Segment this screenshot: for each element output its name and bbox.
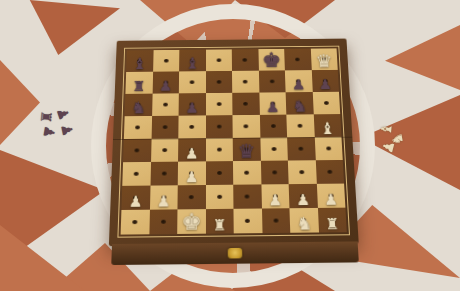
chess-board: ♝♝♚♛♜♟♟♟♞♟♟♞♝♟♛♟♟♟♟♟♟♚♜♞♜: [108, 39, 360, 266]
square-g4[interactable]: [287, 137, 315, 160]
piece-black-P-g7[interactable]: ♟: [292, 78, 306, 92]
square-h5[interactable]: ♝: [313, 114, 341, 137]
board-inlay-line: ♝♝♚♛♜♟♟♟♞♟♟♞♝♟♛♟♟♟♟♟♟♚♜♞♜: [117, 46, 350, 238]
square-b6[interactable]: [152, 93, 179, 116]
square-d4[interactable]: [206, 138, 233, 161]
piece-black-Q-e4[interactable]: ♛: [237, 142, 255, 162]
mosaic-triangle: [385, 25, 460, 90]
captured-white-P[interactable]: ♟: [380, 139, 397, 155]
square-f2[interactable]: ♟: [261, 184, 290, 208]
peg-hole: [272, 170, 277, 174]
peg-hole: [326, 147, 331, 151]
piece-white-K-c1[interactable]: ♚: [181, 211, 201, 234]
square-e5[interactable]: [232, 115, 259, 138]
piece-white-P-c4[interactable]: ♟: [185, 147, 198, 162]
square-f1[interactable]: [261, 208, 290, 233]
peg-hole: [162, 148, 167, 152]
peg-hole: [243, 102, 248, 106]
square-e3[interactable]: [233, 161, 261, 185]
square-c8[interactable]: ♝: [179, 50, 205, 72]
square-b4[interactable]: [151, 138, 179, 161]
peg-hole: [217, 195, 222, 199]
square-e2[interactable]: [233, 184, 261, 208]
square-b2[interactable]: ♟: [149, 185, 177, 209]
square-c6[interactable]: ♟: [179, 93, 206, 116]
captured-black-P[interactable]: ♟: [41, 125, 57, 140]
peg-hole: [162, 172, 167, 176]
piece-black-P-b7[interactable]: ♟: [159, 80, 172, 94]
square-f7[interactable]: [258, 70, 285, 92]
peg-hole: [299, 147, 304, 151]
peg-hole: [135, 126, 140, 130]
captured-black-P[interactable]: ♟: [59, 122, 75, 137]
piece-black-B-a8[interactable]: ♝: [132, 56, 147, 71]
peg-hole: [217, 171, 222, 175]
square-g7[interactable]: ♟: [285, 70, 312, 92]
square-a1[interactable]: [121, 210, 150, 235]
square-b8[interactable]: [153, 50, 180, 72]
peg-hole: [164, 59, 169, 63]
peg-hole: [161, 220, 166, 224]
square-d1[interactable]: ♜: [205, 209, 233, 234]
square-a4[interactable]: [123, 139, 151, 162]
square-e7[interactable]: [232, 71, 259, 93]
piece-white-P-c3[interactable]: ♟: [185, 170, 199, 185]
square-e1[interactable]: [233, 209, 262, 234]
piece-black-R-a7[interactable]: ♜: [132, 80, 145, 94]
square-c5[interactable]: [178, 115, 205, 138]
square-d2[interactable]: [205, 185, 233, 209]
piece-white-P-a2[interactable]: ♟: [129, 195, 143, 210]
square-h2[interactable]: ♟: [316, 184, 345, 208]
peg-hole: [217, 148, 222, 152]
square-a2[interactable]: ♟: [121, 186, 150, 210]
square-d7[interactable]: [206, 71, 233, 93]
square-e4[interactable]: ♛: [233, 138, 261, 161]
square-a3[interactable]: [122, 162, 150, 186]
piece-white-R-d1[interactable]: ♜: [213, 218, 227, 234]
piece-white-R-h1[interactable]: ♜: [325, 217, 340, 233]
square-e6[interactable]: [232, 93, 259, 116]
square-b7[interactable]: ♟: [152, 71, 179, 93]
peg-hole: [132, 220, 137, 224]
piece-black-N-g6[interactable]: ♞: [292, 99, 307, 115]
piece-white-P-b2[interactable]: ♟: [157, 194, 171, 209]
square-h1[interactable]: ♜: [317, 208, 346, 233]
board-front-edge: [111, 241, 359, 265]
piece-black-P-h7[interactable]: ♟: [318, 78, 332, 92]
piece-black-K-f8[interactable]: ♚: [262, 51, 281, 71]
square-h6[interactable]: [312, 92, 340, 115]
captured-black-R[interactable]: ♜: [39, 110, 54, 124]
piece-white-Q-h8[interactable]: ♛: [315, 52, 333, 70]
piece-white-P-h2[interactable]: ♟: [324, 193, 338, 208]
peg-hole: [190, 80, 195, 84]
peg-hole: [189, 195, 194, 199]
square-b3[interactable]: [150, 162, 178, 186]
peg-hole: [273, 219, 278, 223]
piece-white-B-h5[interactable]: ♝: [320, 121, 336, 137]
square-d3[interactable]: [205, 161, 233, 185]
peg-hole: [243, 58, 248, 62]
square-f3[interactable]: [260, 161, 288, 185]
square-d5[interactable]: [206, 115, 233, 138]
peg-hole: [216, 102, 221, 106]
piece-black-P-f6[interactable]: ♟: [266, 101, 280, 115]
square-a8[interactable]: ♝: [126, 50, 153, 72]
peg-hole: [271, 124, 276, 128]
square-h3[interactable]: [315, 160, 344, 184]
square-e8[interactable]: [232, 49, 259, 71]
peg-hole: [324, 101, 329, 105]
peg-hole: [245, 219, 250, 223]
square-d6[interactable]: [206, 93, 233, 116]
square-g6[interactable]: ♞: [286, 92, 314, 115]
square-g8[interactable]: [284, 49, 311, 71]
square-c1[interactable]: ♚: [177, 209, 205, 234]
square-c7[interactable]: [179, 71, 206, 93]
piece-white-P-g2[interactable]: ♟: [296, 193, 310, 208]
square-c3[interactable]: ♟: [178, 161, 206, 185]
square-g5[interactable]: [286, 114, 314, 137]
mosaic-triangle: [0, 60, 40, 145]
square-f8[interactable]: ♚: [258, 49, 285, 71]
peg-hole: [298, 124, 303, 128]
peg-hole: [217, 125, 222, 129]
piece-white-N-g1[interactable]: ♞: [296, 215, 312, 233]
square-c2[interactable]: [177, 185, 205, 209]
board-frame: ♝♝♚♛♜♟♟♟♞♟♟♞♝♟♛♟♟♟♟♟♟♚♜♞♜: [109, 39, 359, 247]
peg-hole: [295, 58, 300, 62]
peg-hole: [243, 80, 248, 84]
square-b1[interactable]: [149, 209, 178, 234]
peg-hole: [327, 170, 332, 174]
piece-white-P-f2[interactable]: ♟: [268, 193, 282, 208]
square-f5[interactable]: [259, 115, 287, 138]
square-g1[interactable]: ♞: [289, 208, 318, 233]
square-c4[interactable]: ♟: [178, 138, 205, 161]
peg-hole: [299, 170, 304, 174]
square-b5[interactable]: [151, 116, 178, 139]
peg-hole: [269, 80, 274, 84]
peg-hole: [163, 103, 168, 107]
peg-hole: [244, 171, 249, 175]
square-h8[interactable]: ♛: [310, 48, 337, 70]
square-h4[interactable]: [314, 137, 342, 160]
peg-hole: [244, 124, 249, 128]
square-a6[interactable]: ♞: [125, 94, 152, 117]
square-d8[interactable]: [206, 49, 232, 71]
square-f4[interactable]: [260, 137, 288, 160]
mosaic-triangle: [25, 0, 120, 55]
peg-hole: [190, 125, 195, 129]
square-f6[interactable]: ♟: [259, 92, 286, 115]
peg-hole: [271, 147, 276, 151]
square-a5[interactable]: [124, 116, 152, 139]
piece-black-N-a6[interactable]: ♞: [131, 100, 146, 116]
peg-hole: [245, 195, 250, 199]
mosaic-triangle: [360, 95, 460, 190]
square-h7[interactable]: ♟: [311, 70, 339, 92]
board-squares: ♝♝♚♛♜♟♟♟♞♟♟♞♝♟♛♟♟♟♟♟♟♚♜♞♜: [121, 48, 347, 234]
peg-hole: [135, 148, 140, 152]
peg-hole: [216, 58, 221, 62]
brass-latch[interactable]: [228, 248, 243, 259]
square-g3[interactable]: [288, 160, 316, 184]
square-a7[interactable]: ♜: [125, 72, 152, 94]
piece-black-B-c8[interactable]: ♝: [185, 56, 200, 71]
square-g2[interactable]: ♟: [289, 184, 318, 208]
peg-hole: [216, 80, 221, 84]
table-scene: ♝♝♚♛♜♟♟♟♞♟♟♞♝♟♛♟♟♟♟♟♟♚♜♞♜ ♜♟♟♟ ♝♞♟: [0, 0, 460, 291]
peg-hole: [134, 172, 139, 176]
piece-black-P-c6[interactable]: ♟: [185, 101, 198, 115]
peg-hole: [162, 125, 167, 129]
captured-black-P[interactable]: ♟: [55, 106, 72, 122]
